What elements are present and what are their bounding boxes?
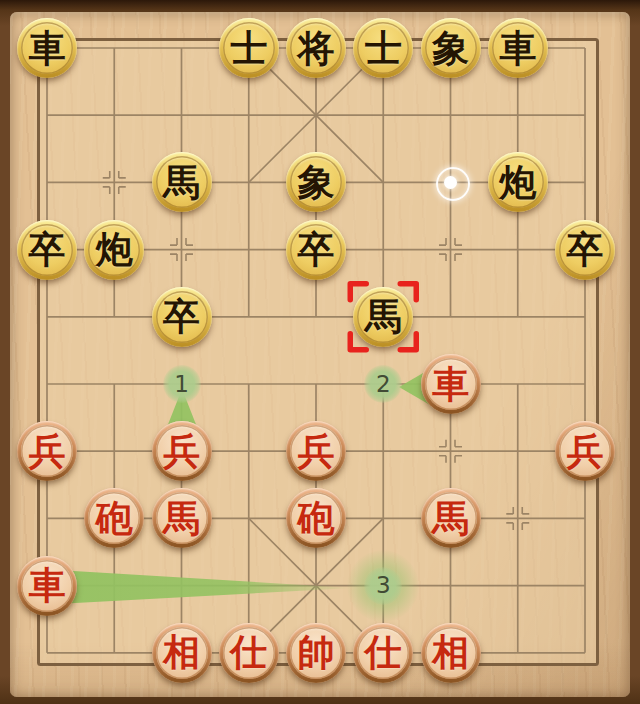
- selection-overlay: [0, 0, 640, 704]
- target-dot: [444, 176, 457, 189]
- xiangqi-board-screen: 123 車士将士象車馬象炮卒炮卒卒卒馬車兵兵兵兵砲馬砲馬車相仕帥仕相: [0, 0, 640, 704]
